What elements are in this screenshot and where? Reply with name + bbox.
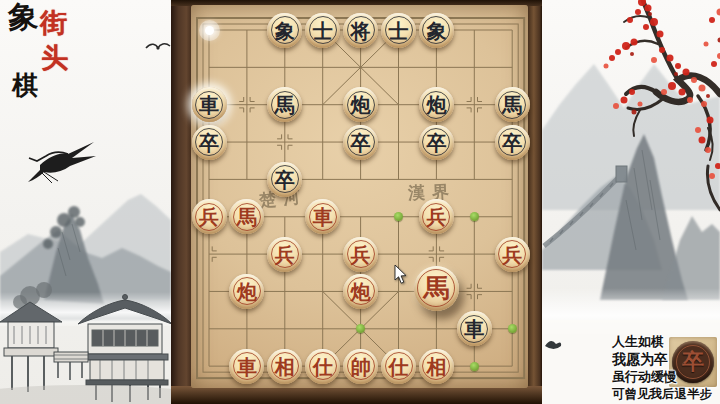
xiangqi-board[interactable]: 楚河 漢界 象士将士象車馬炮炮馬卒卒卒卒卒車兵馬車兵兵兵兵炮炮馬車相仕帥仕相 [171,0,542,404]
piece-red-horse[interactable]: 馬 [414,266,459,311]
piece-black-pawn[interactable]: 卒 [419,125,454,160]
piece-character: 士 [313,20,333,41]
piece-character: 帥 [351,356,371,377]
piece-character: 兵 [275,244,295,265]
piece-black-elephant[interactable]: 象 [267,13,302,48]
piece-character: 卒 [351,132,371,153]
piece-black-advisor[interactable]: 士 [305,13,340,48]
piece-character: 兵 [502,244,522,265]
app-window: 象 街 棋 头 [0,0,720,404]
move-hint-dot[interactable] [470,212,479,221]
piece-character: 士 [389,20,409,41]
piece-character: 馬 [502,94,522,115]
piece-character: 兵 [351,244,371,265]
piece-red-pawn[interactable]: 兵 [495,237,530,272]
left-ink-painting [0,0,171,404]
motto-line: 人生如棋 [612,333,712,350]
piece-character: 象 [275,20,295,41]
piece-character: 相 [426,356,446,377]
piece-black-pawn[interactable]: 卒 [495,125,530,160]
motto-line: 我愿为卒 [612,350,712,368]
piece-red-elephant[interactable]: 相 [419,349,454,384]
piece-character: 車 [464,318,484,339]
piece-character: 卒 [502,132,522,153]
piece-character: 車 [313,206,333,227]
piece-red-pawn[interactable]: 兵 [343,237,378,272]
piece-red-rook[interactable]: 車 [229,349,264,384]
piece-red-pawn[interactable]: 兵 [192,199,227,234]
piece-black-rook[interactable]: 車 [457,311,492,346]
piece-black-cannon[interactable]: 炮 [419,87,454,122]
piece-character: 卒 [426,132,446,153]
piece-red-pawn[interactable]: 兵 [419,199,454,234]
move-hint-dot[interactable] [470,362,479,371]
logo-char-qi: 棋 [12,73,38,99]
mouse-cursor [394,265,408,289]
piece-red-elephant[interactable]: 相 [267,349,302,384]
piece-character: 馬 [275,94,295,115]
piece-character: 象 [426,20,446,41]
logo-char-xiang: 象 [7,1,39,33]
piece-character: 炮 [351,94,371,115]
piece-red-advisor[interactable]: 仕 [305,349,340,384]
piece-red-cannon[interactable]: 炮 [343,274,378,309]
motto-text-block: 人生如棋 我愿为卒 虽行动缓慢 可曾见我后退半步 [612,333,712,402]
piece-character: 将 [351,20,371,41]
last-move-origin-marker [205,26,214,35]
piece-character: 馬 [237,206,257,227]
piece-character: 兵 [199,206,219,227]
logo-char-tou: 头 [41,45,68,72]
left-ink-painting-panel: 象 街 棋 头 [0,0,171,404]
piece-character: 炮 [426,94,446,115]
crane-icon [28,142,96,183]
piece-black-advisor[interactable]: 士 [381,13,416,48]
piece-character: 炮 [237,281,257,302]
piece-red-king[interactable]: 帥 [343,349,378,384]
piece-character: 卒 [275,169,295,190]
piece-character: 車 [237,356,257,377]
motto-line: 虽行动缓慢 [612,368,712,386]
piece-character: 馬 [423,275,449,302]
piece-black-rook[interactable]: 車 [192,87,227,122]
piece-red-pawn[interactable]: 兵 [267,237,302,272]
piece-character: 相 [275,356,295,377]
piece-character: 仕 [313,356,333,377]
move-hint-dot[interactable] [508,324,517,333]
logo-char-jie: 街 [40,10,67,37]
piece-black-pawn[interactable]: 卒 [267,162,302,197]
piece-black-elephant[interactable]: 象 [419,13,454,48]
piece-black-pawn[interactable]: 卒 [343,125,378,160]
piece-black-pawn[interactable]: 卒 [192,125,227,160]
piece-character: 車 [199,94,219,115]
piece-character: 卒 [199,132,219,153]
piece-black-horse[interactable]: 馬 [495,87,530,122]
small-bird-icon [146,44,170,50]
piece-black-king[interactable]: 将 [343,13,378,48]
board-grid [171,0,542,404]
piece-character: 兵 [426,206,446,227]
piece-red-advisor[interactable]: 仕 [381,349,416,384]
piece-character: 仕 [389,356,409,377]
motto-line: 可曾见我后退半步 [612,386,712,402]
piece-character: 炮 [351,281,371,302]
